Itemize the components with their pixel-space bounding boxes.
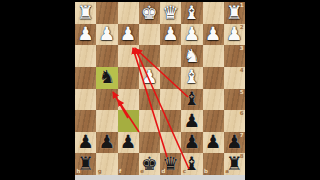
- square-e7[interactable]: [139, 132, 160, 154]
- square-g5[interactable]: [96, 89, 117, 111]
- square-f7[interactable]: ♟: [118, 132, 139, 154]
- square-g3[interactable]: [96, 45, 117, 67]
- piece-black-knight-g4[interactable]: ♞: [99, 68, 116, 87]
- piece-white-pawn-d2[interactable]: ♟: [162, 25, 179, 44]
- rank-label-3: 3: [240, 46, 244, 52]
- square-a7[interactable]: 7♟: [224, 132, 245, 154]
- rank-label-5: 5: [240, 90, 244, 96]
- square-a2[interactable]: 2♟: [224, 24, 245, 46]
- square-f4[interactable]: [118, 67, 139, 89]
- square-g1[interactable]: [96, 2, 117, 24]
- piece-black-pawn-h7[interactable]: ♟: [77, 133, 94, 152]
- file-label-c: c: [183, 169, 186, 175]
- piece-white-queen-d1[interactable]: ♛: [162, 4, 179, 23]
- square-h3[interactable]: [75, 45, 96, 67]
- file-label-a: a: [225, 169, 229, 175]
- piece-black-bishop-c5[interactable]: ♝: [184, 90, 201, 109]
- square-a1[interactable]: 1♜: [224, 2, 245, 24]
- piece-white-pawn-f2[interactable]: ♟: [120, 25, 137, 44]
- square-e1[interactable]: ♚: [139, 2, 160, 24]
- square-c3[interactable]: ♞: [181, 45, 202, 67]
- file-label-g: g: [98, 169, 102, 175]
- square-e5[interactable]: [139, 89, 160, 111]
- square-e8[interactable]: e♚: [139, 153, 160, 175]
- square-g8[interactable]: g: [96, 153, 117, 175]
- rank-label-1: 1: [240, 3, 244, 9]
- square-f2[interactable]: ♟: [118, 24, 139, 46]
- square-a6[interactable]: 6: [224, 110, 245, 132]
- piece-black-pawn-g7[interactable]: ♟: [99, 133, 116, 152]
- square-h5[interactable]: [75, 89, 96, 111]
- square-g6[interactable]: [96, 110, 117, 132]
- square-d3[interactable]: [160, 45, 181, 67]
- piece-white-pawn-b2[interactable]: ♟: [205, 25, 222, 44]
- square-f8[interactable]: f: [118, 153, 139, 175]
- square-e3[interactable]: [139, 45, 160, 67]
- rank-label-2: 2: [240, 25, 244, 31]
- piece-white-rook-h1[interactable]: ♜: [77, 4, 94, 23]
- square-h6[interactable]: [75, 110, 96, 132]
- rank-label-8: 8: [240, 154, 244, 160]
- square-e6[interactable]: [139, 110, 160, 132]
- square-e4[interactable]: ♟: [139, 67, 160, 89]
- square-h4[interactable]: [75, 67, 96, 89]
- piece-black-pawn-b7[interactable]: ♟: [205, 133, 222, 152]
- square-f5[interactable]: [118, 89, 139, 111]
- square-h8[interactable]: h♜: [75, 153, 96, 175]
- square-e2[interactable]: [139, 24, 160, 46]
- square-b8[interactable]: b: [203, 153, 224, 175]
- square-c2[interactable]: ♟: [181, 24, 202, 46]
- file-label-f: f: [119, 169, 121, 175]
- square-a5[interactable]: 5: [224, 89, 245, 111]
- square-b4[interactable]: [203, 67, 224, 89]
- video-content-area: ♜♚♛♝1♜♟♟♟♟♟♟2♟♞3♞♟♝4♝5♟6♟♟♟♟♟7♟h♜gfe♚d♛c…: [75, 0, 245, 180]
- file-label-h: h: [77, 169, 81, 175]
- piece-white-knight-c3[interactable]: ♞: [184, 47, 201, 66]
- square-a4[interactable]: 4: [224, 67, 245, 89]
- square-d7[interactable]: [160, 132, 181, 154]
- square-b5[interactable]: [203, 89, 224, 111]
- square-b6[interactable]: [203, 110, 224, 132]
- square-a8[interactable]: 8a♜: [224, 153, 245, 175]
- square-a3[interactable]: 3: [224, 45, 245, 67]
- square-h1[interactable]: ♜: [75, 2, 96, 24]
- square-g2[interactable]: ♟: [96, 24, 117, 46]
- square-g4[interactable]: ♞: [96, 67, 117, 89]
- piece-white-bishop-c4[interactable]: ♝: [184, 68, 201, 87]
- chess-board[interactable]: ♜♚♛♝1♜♟♟♟♟♟♟2♟♞3♞♟♝4♝5♟6♟♟♟♟♟7♟h♜gfe♚d♛c…: [75, 2, 245, 175]
- file-label-b: b: [204, 169, 208, 175]
- square-b7[interactable]: ♟: [203, 132, 224, 154]
- piece-black-pawn-f7[interactable]: ♟: [120, 133, 137, 152]
- rank-label-4: 4: [240, 68, 244, 74]
- square-g7[interactable]: ♟: [96, 132, 117, 154]
- square-d2[interactable]: ♟: [160, 24, 181, 46]
- piece-white-pawn-g2[interactable]: ♟: [99, 25, 116, 44]
- rank-label-6: 6: [240, 111, 244, 117]
- square-f1[interactable]: [118, 2, 139, 24]
- square-b1[interactable]: [203, 2, 224, 24]
- square-d5[interactable]: [160, 89, 181, 111]
- square-c1[interactable]: ♝: [181, 2, 202, 24]
- square-d4[interactable]: [160, 67, 181, 89]
- rank-label-7: 7: [240, 133, 244, 139]
- file-label-d: d: [162, 169, 166, 175]
- piece-white-pawn-c2[interactable]: ♟: [184, 25, 201, 44]
- piece-black-pawn-c7[interactable]: ♟: [184, 133, 201, 152]
- square-c4[interactable]: ♝: [181, 67, 202, 89]
- piece-white-bishop-c1[interactable]: ♝: [184, 4, 201, 23]
- bottom-ui-strip: [75, 175, 245, 180]
- square-b2[interactable]: ♟: [203, 24, 224, 46]
- square-c6[interactable]: ♟: [181, 110, 202, 132]
- piece-white-pawn-h2[interactable]: ♟: [77, 25, 94, 44]
- square-h2[interactable]: ♟: [75, 24, 96, 46]
- square-c8[interactable]: c♝: [181, 153, 202, 175]
- square-c5[interactable]: ♝: [181, 89, 202, 111]
- file-label-e: e: [140, 169, 144, 175]
- square-d8[interactable]: d♛: [160, 153, 181, 175]
- square-f6[interactable]: [118, 110, 139, 132]
- piece-white-king-e1[interactable]: ♚: [141, 4, 158, 23]
- square-c7[interactable]: ♟: [181, 132, 202, 154]
- piece-black-bishop-c8[interactable]: ♝: [184, 155, 201, 174]
- square-d1[interactable]: ♛: [160, 2, 181, 24]
- square-f3[interactable]: [118, 45, 139, 67]
- piece-black-pawn-c6[interactable]: ♟: [184, 112, 201, 131]
- square-b3[interactable]: [203, 45, 224, 67]
- piece-white-pawn-e4[interactable]: ♟: [141, 68, 158, 87]
- square-h7[interactable]: ♟: [75, 132, 96, 154]
- square-d6[interactable]: [160, 110, 181, 132]
